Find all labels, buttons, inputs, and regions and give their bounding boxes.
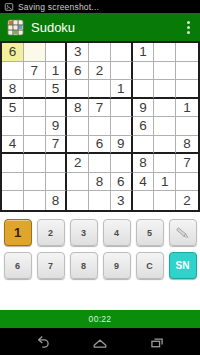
cell-r9c6[interactable]: 3 <box>111 191 133 210</box>
cell-r3c8[interactable] <box>154 80 176 99</box>
screenshot-thumbnail-icon <box>4 2 14 12</box>
cell-r6c7[interactable] <box>133 136 155 155</box>
cell-r2c3[interactable]: 1 <box>46 62 68 81</box>
cell-r7c4[interactable]: 2 <box>67 154 89 173</box>
number-keypad: 12345 6789CSN <box>0 212 200 279</box>
cell-r8c3[interactable] <box>46 173 68 192</box>
back-icon[interactable] <box>34 334 52 350</box>
cell-r4c3[interactable] <box>46 99 68 118</box>
cell-r7c5[interactable] <box>89 154 111 173</box>
cell-r1c7[interactable]: 1 <box>133 43 155 62</box>
cell-r5c6[interactable] <box>111 117 133 136</box>
cell-r7c1[interactable] <box>2 154 24 173</box>
status-notification-text: Saving screenshot... <box>18 2 99 12</box>
key-9[interactable]: 9 <box>103 252 131 279</box>
cell-r9c4[interactable] <box>67 191 89 210</box>
cell-r8c5[interactable]: 8 <box>89 173 111 192</box>
cell-r9c3[interactable]: 8 <box>46 191 68 210</box>
cell-r6c2[interactable] <box>24 136 46 155</box>
recents-icon[interactable] <box>148 334 166 350</box>
keypad-row-2: 6789CSN <box>0 252 200 279</box>
timer-value: 00:22 <box>89 314 112 324</box>
sudoku-app-icon <box>7 19 24 36</box>
key-clear[interactable]: C <box>136 252 164 279</box>
phone-screen: Saving screenshot... Sudoku 631716285158… <box>0 0 200 355</box>
cell-r3c1[interactable]: 8 <box>2 80 24 99</box>
cell-r8c4[interactable] <box>67 173 89 192</box>
key-5[interactable]: 5 <box>136 219 164 246</box>
overflow-menu-icon[interactable] <box>184 17 193 38</box>
cell-r5c3[interactable]: 9 <box>46 117 68 136</box>
key-pencil[interactable] <box>169 219 197 246</box>
cell-r4c1[interactable]: 5 <box>2 99 24 118</box>
cell-r3c4[interactable] <box>67 80 89 99</box>
cell-r5c4[interactable] <box>67 117 89 136</box>
cell-r6c8[interactable] <box>154 136 176 155</box>
cell-r6c1[interactable]: 4 <box>2 136 24 155</box>
cell-r3c7[interactable] <box>133 80 155 99</box>
cell-r1c2[interactable] <box>24 43 46 62</box>
cell-r9c9[interactable]: 2 <box>176 191 198 210</box>
cell-r6c4[interactable] <box>67 136 89 155</box>
cell-r8c7[interactable]: 4 <box>133 173 155 192</box>
cell-r4c2[interactable] <box>24 99 46 118</box>
cell-r3c3[interactable]: 5 <box>46 80 68 99</box>
cell-r9c8[interactable] <box>154 191 176 210</box>
cell-r2c6[interactable] <box>111 62 133 81</box>
cell-r9c7[interactable] <box>133 191 155 210</box>
sudoku-board: 63171628515879196476982878641832 <box>0 41 200 212</box>
cell-r6c5[interactable]: 6 <box>89 136 111 155</box>
cell-r1c9[interactable] <box>176 43 198 62</box>
status-bar: Saving screenshot... <box>0 0 200 13</box>
cell-r2c5[interactable]: 2 <box>89 62 111 81</box>
cell-r1c3[interactable] <box>46 43 68 62</box>
cell-r7c9[interactable]: 7 <box>176 154 198 173</box>
android-nav-bar <box>0 328 200 355</box>
cell-r4c7[interactable]: 9 <box>133 99 155 118</box>
cell-r1c1[interactable]: 6 <box>2 43 24 62</box>
key-sn[interactable]: SN <box>169 252 197 279</box>
cell-r8c1[interactable] <box>2 173 24 192</box>
app-bar: Sudoku <box>0 13 200 41</box>
page-title: Sudoku <box>31 20 75 35</box>
cell-r1c5[interactable] <box>89 43 111 62</box>
cell-r6c6[interactable]: 9 <box>111 136 133 155</box>
cell-r2c1[interactable] <box>2 62 24 81</box>
cell-r1c4[interactable]: 3 <box>67 43 89 62</box>
key-2[interactable]: 2 <box>37 219 65 246</box>
cell-r3c5[interactable] <box>89 80 111 99</box>
keypad-row-1: 12345 <box>0 219 200 246</box>
cell-r6c3[interactable]: 7 <box>46 136 68 155</box>
cell-r3c9[interactable] <box>176 80 198 99</box>
cell-r5c2[interactable] <box>24 117 46 136</box>
cell-r7c2[interactable] <box>24 154 46 173</box>
cell-r1c6[interactable] <box>111 43 133 62</box>
cell-r7c6[interactable] <box>111 154 133 173</box>
cell-r1c8[interactable] <box>154 43 176 62</box>
cell-r9c2[interactable] <box>24 191 46 210</box>
cell-r8c2[interactable] <box>24 173 46 192</box>
cell-r4c9[interactable]: 1 <box>176 99 198 118</box>
key-1[interactable]: 1 <box>4 219 32 246</box>
cell-r4c6[interactable] <box>111 99 133 118</box>
cell-r2c8[interactable] <box>154 62 176 81</box>
cell-r4c5[interactable]: 7 <box>89 99 111 118</box>
key-6[interactable]: 6 <box>4 252 32 279</box>
cell-r4c8[interactable] <box>154 99 176 118</box>
cell-r7c3[interactable] <box>46 154 68 173</box>
cell-r2c2[interactable]: 7 <box>24 62 46 81</box>
cell-r2c7[interactable] <box>133 62 155 81</box>
key-7[interactable]: 7 <box>37 252 65 279</box>
pencil-icon <box>175 225 190 240</box>
key-8[interactable]: 8 <box>70 252 98 279</box>
cell-r8c9[interactable] <box>176 173 198 192</box>
cell-r3c2[interactable] <box>24 80 46 99</box>
cell-r7c8[interactable] <box>154 154 176 173</box>
key-4[interactable]: 4 <box>103 219 131 246</box>
cell-r2c4[interactable]: 6 <box>67 62 89 81</box>
cell-r8c6[interactable]: 6 <box>111 173 133 192</box>
cell-r5c5[interactable] <box>89 117 111 136</box>
cell-r8c8[interactable]: 1 <box>154 173 176 192</box>
cell-r3c6[interactable]: 1 <box>111 80 133 99</box>
cell-r5c8[interactable] <box>154 117 176 136</box>
cell-r5c7[interactable]: 6 <box>133 117 155 136</box>
cell-r5c1[interactable] <box>2 117 24 136</box>
cell-r2c9[interactable] <box>176 62 198 81</box>
key-3[interactable]: 3 <box>70 219 98 246</box>
home-icon[interactable] <box>91 334 109 350</box>
timer-bar: 00:22 <box>0 310 200 328</box>
cell-r4c4[interactable]: 8 <box>67 99 89 118</box>
cell-r9c5[interactable] <box>89 191 111 210</box>
cell-r6c9[interactable]: 8 <box>176 136 198 155</box>
cell-r7c7[interactable]: 8 <box>133 154 155 173</box>
cell-r5c9[interactable] <box>176 117 198 136</box>
cell-r9c1[interactable] <box>2 191 24 210</box>
